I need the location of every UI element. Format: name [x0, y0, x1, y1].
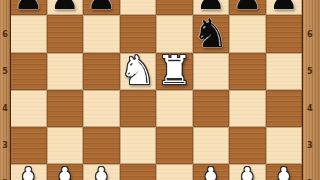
square-f2[interactable]: ♟ [193, 164, 230, 180]
square-h6[interactable] [266, 15, 303, 52]
black-pawn-icon[interactable]: ♟ [269, 0, 299, 13]
board-frame-left: 765432 [0, 0, 11, 180]
rank-label-7: 7 [0, 0, 10, 1]
board-frame-right: 765432 [302, 0, 320, 180]
white-pawn-icon[interactable]: ♟ [50, 165, 80, 180]
square-g2[interactable]: ♟ [229, 164, 266, 180]
rank-label-4: 4 [303, 104, 320, 113]
square-c5[interactable] [83, 53, 120, 90]
square-a7[interactable]: ♟ [10, 0, 47, 15]
square-g4[interactable] [229, 90, 266, 127]
rank-label-3: 3 [303, 141, 320, 150]
square-d3[interactable] [120, 127, 157, 164]
square-f4[interactable] [193, 90, 230, 127]
square-g7[interactable]: ♟ [229, 0, 266, 15]
square-f5[interactable] [193, 53, 230, 90]
black-pawn-icon[interactable]: ♟ [50, 0, 80, 13]
square-h2[interactable]: ♟ [266, 164, 303, 180]
rank-label-5: 5 [303, 67, 320, 76]
square-c6[interactable] [83, 15, 120, 52]
square-f6[interactable]: ♞ [193, 15, 230, 52]
square-d4[interactable] [120, 90, 157, 127]
square-e3[interactable] [156, 127, 193, 164]
square-a6[interactable] [10, 15, 47, 52]
white-pawn-icon[interactable]: ♟ [13, 165, 43, 180]
square-e5[interactable]: ♜ [156, 53, 193, 90]
square-e7[interactable] [156, 0, 193, 15]
square-g5[interactable] [229, 53, 266, 90]
white-pawn-icon[interactable]: ♟ [232, 165, 262, 180]
square-b2[interactable]: ♟ [47, 164, 84, 180]
white-pawn-icon[interactable]: ♟ [86, 165, 116, 180]
chess-board-screenshot: ♟♟♟♟♟♟♞♞♜♟♟♟♟♟♟ 765432 765432 [0, 0, 320, 180]
square-h7[interactable]: ♟ [266, 0, 303, 15]
white-rook-icon[interactable]: ♜ [156, 52, 192, 88]
rank-label-3: 3 [0, 141, 10, 150]
rank-label-2: 2 [0, 179, 10, 180]
black-pawn-icon[interactable]: ♟ [86, 0, 116, 13]
rank-label-2: 2 [303, 179, 320, 180]
square-d2[interactable] [120, 164, 157, 180]
rank-label-4: 4 [0, 104, 10, 113]
square-a4[interactable] [10, 90, 47, 127]
square-d7[interactable] [120, 0, 157, 15]
square-h5[interactable] [266, 53, 303, 90]
square-g6[interactable] [229, 15, 266, 52]
square-b3[interactable] [47, 127, 84, 164]
square-c3[interactable] [83, 127, 120, 164]
square-h3[interactable] [266, 127, 303, 164]
square-b5[interactable] [47, 53, 84, 90]
square-c2[interactable]: ♟ [83, 164, 120, 180]
square-f3[interactable] [193, 127, 230, 164]
square-d5[interactable]: ♞ [120, 53, 157, 90]
square-e2[interactable] [156, 164, 193, 180]
rank-label-5: 5 [0, 67, 10, 76]
white-knight-icon[interactable]: ♞ [120, 52, 156, 88]
black-knight-icon[interactable]: ♞ [193, 15, 229, 51]
square-h4[interactable] [266, 90, 303, 127]
black-pawn-icon[interactable]: ♟ [13, 0, 43, 13]
square-c4[interactable] [83, 90, 120, 127]
black-pawn-icon[interactable]: ♟ [232, 0, 262, 13]
square-c7[interactable]: ♟ [83, 0, 120, 15]
white-pawn-icon[interactable]: ♟ [196, 165, 226, 180]
square-b4[interactable] [47, 90, 84, 127]
square-g3[interactable] [229, 127, 266, 164]
white-pawn-icon[interactable]: ♟ [269, 165, 299, 180]
square-a2[interactable]: ♟ [10, 164, 47, 180]
rank-label-7: 7 [303, 0, 320, 1]
square-b6[interactable] [47, 15, 84, 52]
square-b7[interactable]: ♟ [47, 0, 84, 15]
rank-label-6: 6 [303, 30, 320, 39]
square-a3[interactable] [10, 127, 47, 164]
chess-board: ♟♟♟♟♟♟♞♞♜♟♟♟♟♟♟ [10, 0, 302, 180]
square-a5[interactable] [10, 53, 47, 90]
rank-label-6: 6 [0, 30, 10, 39]
square-e4[interactable] [156, 90, 193, 127]
